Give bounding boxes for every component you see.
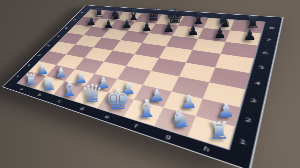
piece-black-pawn-f7[interactable]: ♟ (187, 24, 199, 38)
frame-label-8: 8 (269, 26, 275, 29)
frame-label-8: 8 (80, 11, 84, 13)
frame-label-1: 1 (239, 138, 247, 146)
piece-white-rook-a1[interactable]: ♜ (24, 73, 38, 89)
piece-black-pawn-d7[interactable]: ♟ (141, 21, 152, 33)
frame-label-5: 5 (56, 35, 60, 37)
piece-white-rook-h1[interactable]: ♜ (209, 119, 231, 143)
frame-label-7: 7 (266, 38, 272, 42)
piece-black-pawn-b7[interactable]: ♟ (103, 18, 113, 29)
piece-white-knight-b1[interactable]: ♞ (41, 76, 57, 94)
frame-label-4: 4 (47, 44, 52, 47)
piece-black-pawn-c7[interactable]: ♟ (121, 19, 132, 31)
frame-label-h: h (202, 145, 210, 153)
piece-black-pawn-a7[interactable]: ♟ (87, 17, 97, 28)
frame-label-5: 5 (259, 65, 266, 69)
frame-label-2: 2 (245, 117, 253, 124)
piece-white-knight-g1[interactable]: ♞ (170, 108, 191, 132)
piece-black-pawn-g7[interactable]: ♟ (213, 26, 226, 40)
frame-label-3: 3 (250, 98, 257, 104)
chess-3d-scene: abcdefgh1122334455667788 ♜♞♝♛♚♝♞♜♟♟♟♟♟♟♟… (0, 0, 300, 168)
piece-white-bishop-c1[interactable]: ♝ (60, 79, 78, 100)
frame-label-4: 4 (255, 80, 262, 85)
frame-label-6: 6 (262, 51, 268, 55)
piece-white-queen-d1[interactable]: ♛ (81, 82, 103, 107)
piece-black-pawn-h7[interactable]: ♟ (243, 28, 257, 43)
frame-label-g: g (165, 133, 173, 140)
piece-black-pawn-e7[interactable]: ♟ (163, 22, 175, 35)
frame-label-3: 3 (37, 53, 42, 56)
frame-label-1: 1 (15, 74, 20, 77)
piece-white-king-e1[interactable]: ♚ (105, 86, 130, 114)
frame-label-f: f (133, 123, 138, 128)
frame-label-2: 2 (27, 64, 32, 67)
piece-white-bishop-f1[interactable]: ♝ (136, 98, 158, 123)
frame-label-6: 6 (64, 27, 68, 29)
frame-label-7: 7 (73, 19, 77, 21)
